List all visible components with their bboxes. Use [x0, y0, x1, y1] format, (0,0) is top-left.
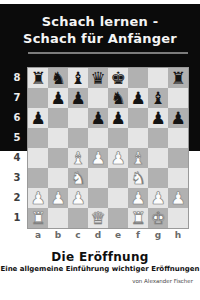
rank-label-1: 1: [8, 208, 26, 228]
rank-label-6: 6: [8, 108, 26, 128]
white-queen-piece: ♛: [88, 208, 108, 228]
square-c2: ♟: [68, 188, 88, 208]
square-a4: [28, 148, 48, 168]
square-f2: ♟: [128, 188, 148, 208]
square-e2: [108, 188, 128, 208]
black-bishop-piece: ♝: [148, 88, 168, 108]
square-g7: ♝: [148, 88, 168, 108]
square-e3: [108, 168, 128, 188]
file-label-e: e: [108, 229, 128, 241]
black-pawn-piece: ♟: [168, 108, 188, 128]
square-d3: [88, 168, 108, 188]
white-knight-piece: ♞: [128, 168, 148, 188]
rank-labels: 87654321: [8, 68, 26, 228]
square-f7: ♟: [128, 88, 148, 108]
square-d6: ♟: [88, 108, 108, 128]
file-label-d: d: [88, 229, 108, 241]
square-c5: [68, 128, 88, 148]
black-knight-piece: ♞: [48, 68, 68, 88]
book-cover: Schach lernen - Schach für Anfänger 8765…: [0, 0, 200, 300]
black-pawn-piece: ♟: [88, 108, 108, 128]
white-pawn-piece: ♟: [28, 188, 48, 208]
white-knight-piece: ♞: [68, 168, 88, 188]
square-d5: [88, 128, 108, 148]
square-f4: ♝: [128, 148, 148, 168]
white-rook-piece: ♜: [128, 208, 148, 228]
white-pawn-piece: ♟: [88, 148, 108, 168]
square-b6: [48, 108, 68, 128]
square-b3: [48, 168, 68, 188]
square-b5: [48, 128, 68, 148]
square-f6: [128, 108, 148, 128]
black-pawn-piece: ♟: [48, 88, 68, 108]
series-subheading: Eine allgemeine Einführung wichtiger Erö…: [0, 265, 200, 273]
square-e8: ♚: [108, 68, 128, 88]
square-h4: [168, 148, 188, 168]
black-pawn-piece: ♟: [68, 88, 88, 108]
file-label-g: g: [148, 229, 168, 241]
square-a6: ♟: [28, 108, 48, 128]
square-e1: [108, 208, 128, 228]
square-g4: [148, 148, 168, 168]
rank-label-4: 4: [8, 148, 26, 168]
square-c8: ♝: [68, 68, 88, 88]
rank-label-3: 3: [8, 168, 26, 188]
white-bishop-piece: ♝: [68, 148, 88, 168]
square-f1: ♜: [128, 208, 148, 228]
file-labels: abcdefgh: [28, 229, 188, 241]
black-pawn-piece: ♟: [128, 88, 148, 108]
square-a7: [28, 88, 48, 108]
square-h6: ♟: [168, 108, 188, 128]
book-title-line2: Schach für Anfänger: [0, 30, 200, 47]
square-h7: [168, 88, 188, 108]
book-title-line1: Schach lernen -: [0, 13, 200, 30]
board-top-border: [28, 52, 188, 54]
white-bishop-piece: ♝: [128, 148, 148, 168]
white-pawn-piece: ♟: [68, 188, 88, 208]
white-pawn-piece: ♟: [108, 148, 128, 168]
black-queen-piece: ♛: [88, 68, 108, 88]
square-g6: ♟: [148, 108, 168, 128]
square-h1: [168, 208, 188, 228]
black-pawn-piece: ♟: [148, 108, 168, 128]
black-pawn-piece: ♟: [28, 108, 48, 128]
square-c1: [68, 208, 88, 228]
square-d7: [88, 88, 108, 108]
square-e4: ♟: [108, 148, 128, 168]
square-g2: ♟: [148, 188, 168, 208]
white-pawn-piece: ♟: [168, 188, 188, 208]
square-g3: [148, 168, 168, 188]
rank-label-2: 2: [8, 188, 26, 208]
square-e5: [108, 128, 128, 148]
square-a3: [28, 168, 48, 188]
black-king-piece: ♚: [108, 68, 128, 88]
white-pawn-piece: ♟: [128, 188, 148, 208]
square-h2: ♟: [168, 188, 188, 208]
rank-label-7: 7: [8, 88, 26, 108]
file-label-b: b: [48, 229, 68, 241]
square-d1: ♛: [88, 208, 108, 228]
white-pawn-piece: ♟: [48, 188, 68, 208]
square-h3: [168, 168, 188, 188]
square-b2: ♟: [48, 188, 68, 208]
book-title: Schach lernen - Schach für Anfänger: [0, 13, 200, 47]
series-heading: Die Eröffnung: [0, 250, 200, 264]
square-a8: ♜: [28, 68, 48, 88]
square-h8: ♜: [168, 68, 188, 88]
chess-board: ♜♞♝♛♚♜♟♟♞♟♝♟♟♟♟♟♝♟♟♝♞♞♟♟♟♟♟♟♜♛♜♚: [28, 68, 188, 228]
square-f3: ♞: [128, 168, 148, 188]
black-pawn-piece: ♟: [108, 108, 128, 128]
file-label-f: f: [128, 229, 148, 241]
square-g8: [148, 68, 168, 88]
black-rook-piece: ♜: [168, 68, 188, 88]
square-d8: ♛: [88, 68, 108, 88]
square-g1: ♚: [148, 208, 168, 228]
white-rook-piece: ♜: [28, 208, 48, 228]
square-e6: ♟: [108, 108, 128, 128]
square-d2: [88, 188, 108, 208]
black-bishop-piece: ♝: [68, 68, 88, 88]
square-a5: [28, 128, 48, 148]
file-label-a: a: [28, 229, 48, 241]
square-g5: [148, 128, 168, 148]
black-knight-piece: ♞: [108, 88, 128, 108]
white-pawn-piece: ♟: [148, 188, 168, 208]
square-c3: ♞: [68, 168, 88, 188]
file-label-h: h: [168, 229, 188, 241]
file-label-c: c: [68, 229, 88, 241]
square-f5: [128, 128, 148, 148]
white-king-piece: ♚: [148, 208, 168, 228]
square-c4: ♝: [68, 148, 88, 168]
rank-label-5: 5: [8, 128, 26, 148]
square-c7: ♟: [68, 88, 88, 108]
square-b1: [48, 208, 68, 228]
square-a2: ♟: [28, 188, 48, 208]
square-b7: ♟: [48, 88, 68, 108]
square-f8: [128, 68, 148, 88]
square-h5: [168, 128, 188, 148]
author-credit: von Alexander Fischer: [60, 278, 193, 284]
rank-label-8: 8: [8, 68, 26, 88]
square-d4: ♟: [88, 148, 108, 168]
square-c6: [68, 108, 88, 128]
square-a1: ♜: [28, 208, 48, 228]
black-rook-piece: ♜: [28, 68, 48, 88]
square-b4: [48, 148, 68, 168]
square-e7: ♞: [108, 88, 128, 108]
square-b8: ♞: [48, 68, 68, 88]
